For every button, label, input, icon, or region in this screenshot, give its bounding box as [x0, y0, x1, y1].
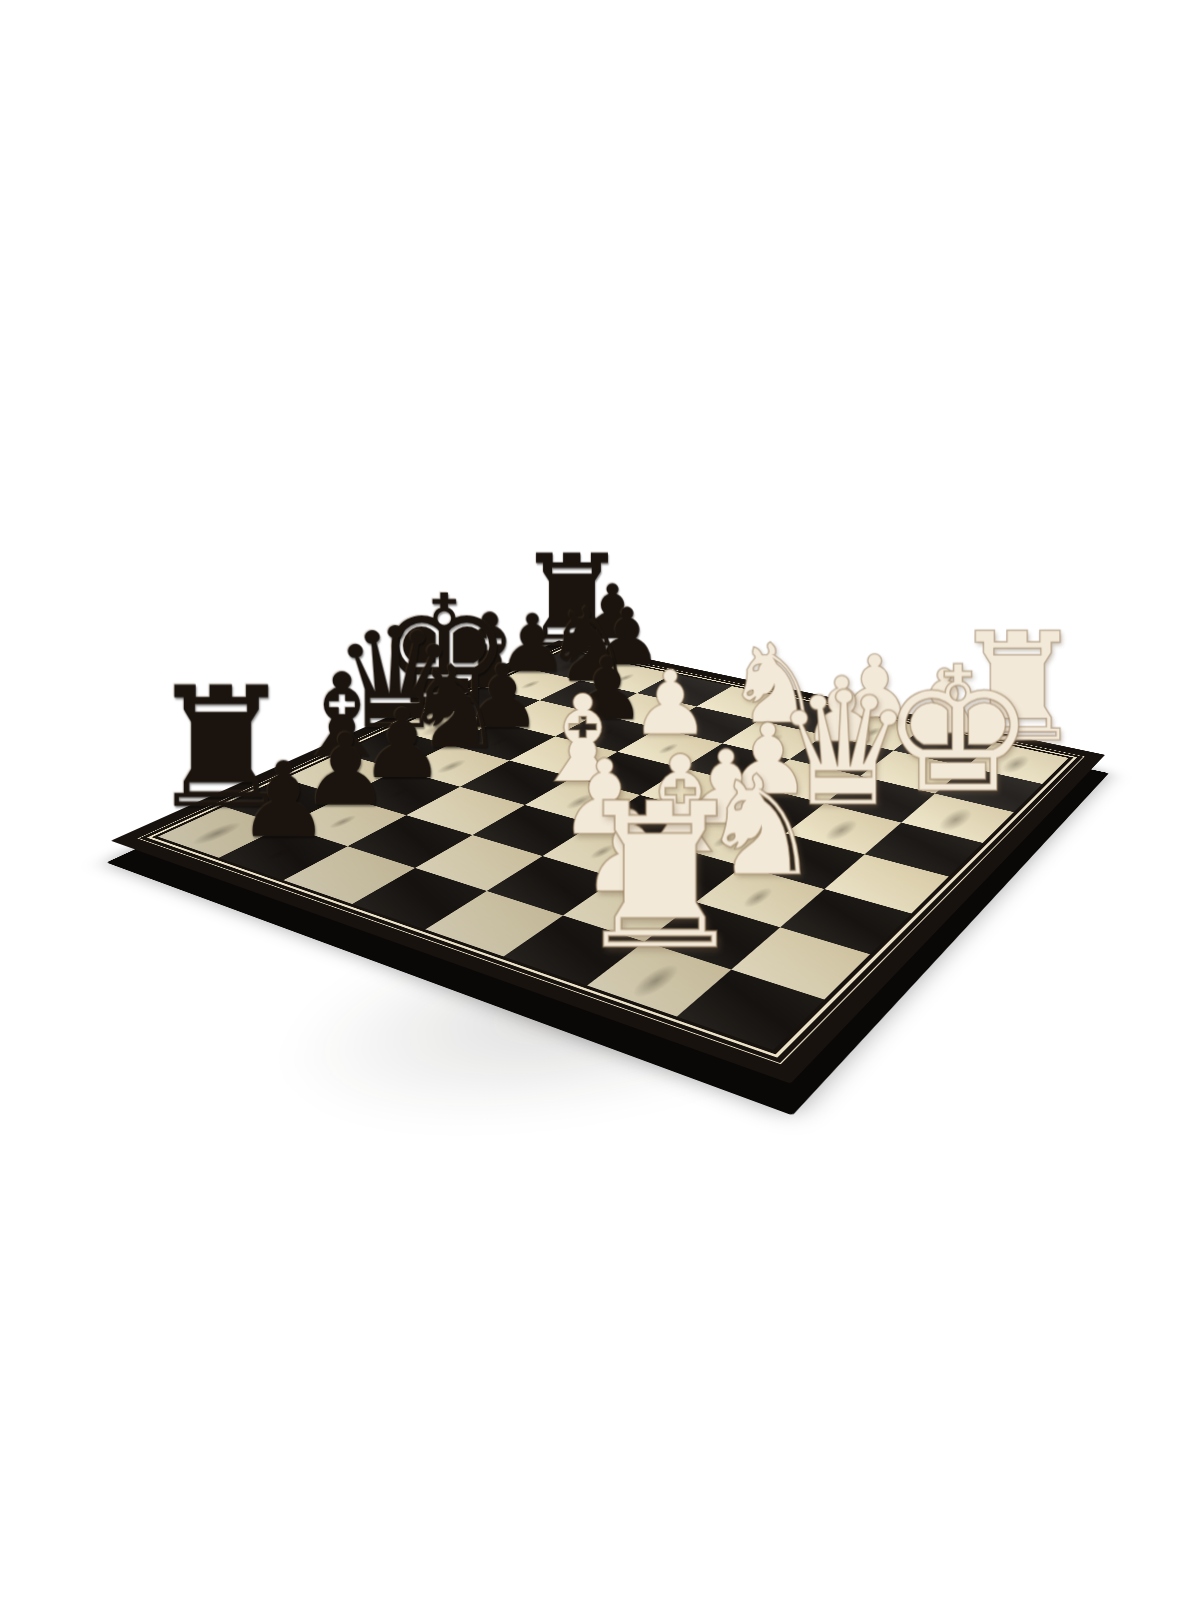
- chess-board: ♟♜♟♟♞♝♚♟♟♞♟♟♟♛♟♜♞♝♟♝♟♚♟♛♜♟♟♟♝♞♟♜: [111, 640, 1106, 1083]
- photo-stage: ♟♜♟♟♞♝♚♟♟♞♟♟♟♛♟♜♞♝♟♝♟♚♟♛♜♟♟♟♝♞♟♜: [0, 0, 1200, 1600]
- scene: ♟♜♟♟♞♝♚♟♟♞♟♟♟♛♟♜♞♝♟♝♟♚♟♛♜♟♟♟♝♞♟♜: [0, 0, 1200, 1600]
- pieces-layer: ♟♜♟♟♞♝♚♟♟♞♟♟♟♛♟♜♞♝♟♝♟♚♟♛♜♟♟♟♝♞♟♜: [158, 650, 1069, 1050]
- black-pawn-icon: ♟: [237, 748, 330, 852]
- white-rook-icon: ♜: [570, 776, 750, 977]
